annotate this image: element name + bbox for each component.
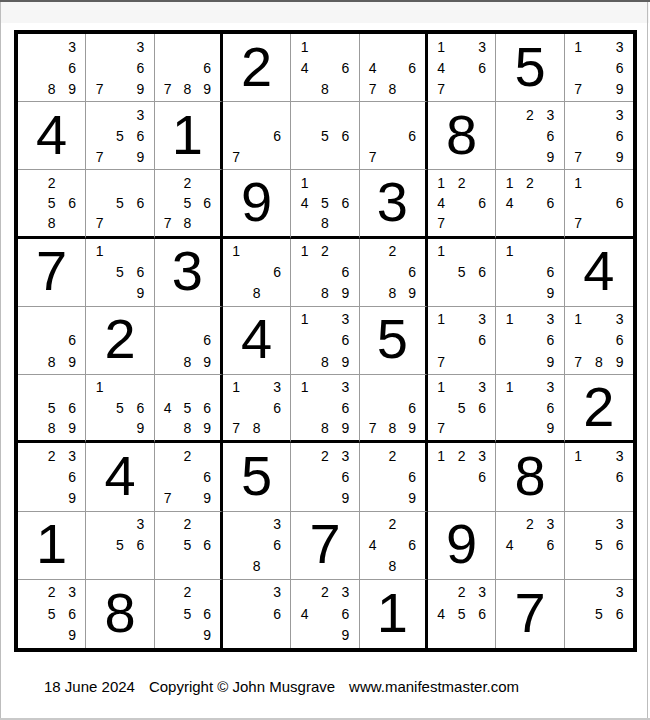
candidate-5: 5 [451, 603, 471, 624]
cell-r9c5[interactable]: 23469 [291, 580, 359, 648]
candidate-1: 1 [294, 377, 314, 397]
candidate-9: 9 [335, 625, 355, 646]
cell-value: 4 [36, 107, 67, 163]
cell-value: 2 [241, 39, 272, 95]
candidate-2: 2 [451, 172, 471, 192]
candidate-2: 2 [315, 241, 335, 262]
candidate-6: 6 [197, 466, 217, 487]
cell-r6c4[interactable]: 13678 [223, 375, 291, 443]
cell-r7c4[interactable]: 5 [223, 443, 291, 511]
candidate-4: 4 [363, 535, 383, 556]
cell-r8c5[interactable]: 7 [291, 512, 359, 580]
cell-r6c2[interactable]: 1569 [86, 375, 154, 443]
candidate-3: 3 [472, 377, 492, 397]
cell-value: 4 [583, 243, 614, 299]
candidate-4: 4 [499, 193, 519, 213]
candidate-6: 6 [130, 398, 150, 418]
pencil-marks: 269 [363, 445, 422, 508]
candidate-5: 5 [177, 398, 197, 418]
pencil-marks: 56 [294, 104, 355, 167]
candidate-6: 6 [472, 262, 492, 283]
candidate-2: 2 [382, 445, 402, 466]
cell-r5c9[interactable]: 136789 [565, 307, 633, 375]
candidate-8: 8 [246, 556, 266, 577]
candidate-7: 7 [363, 78, 383, 99]
candidate-6: 6 [472, 57, 492, 78]
pencil-marks: 256 [158, 514, 217, 577]
candidate-6: 6 [62, 603, 82, 624]
cell-r1c6[interactable]: 4678 [360, 34, 428, 102]
candidate-6: 6 [609, 330, 630, 351]
candidate-9: 9 [402, 418, 422, 438]
cell-r6c6[interactable]: 6789 [360, 375, 428, 443]
pencil-marks: 13567 [431, 377, 492, 438]
window-top-strip [1, 2, 649, 23]
cell-r5c7[interactable]: 1367 [428, 307, 496, 375]
candidate-5: 5 [451, 262, 471, 283]
sudoku-board: 3689367967892146846781346751367943567916… [14, 30, 637, 652]
cell-r6c8[interactable]: 1369 [496, 375, 564, 443]
candidate-3: 3 [335, 309, 355, 330]
candidate-1: 1 [89, 241, 109, 262]
candidate-1: 1 [568, 445, 589, 466]
pencil-marks: 167 [568, 172, 630, 233]
candidate-3: 3 [267, 377, 287, 397]
pencil-marks: 3679 [568, 104, 630, 167]
footer-copyright: Copyright © John Musgrave [149, 678, 335, 695]
cell-r9c4[interactable]: 36 [223, 580, 291, 648]
pencil-marks: 2369 [21, 445, 82, 508]
cell-r6c3[interactable]: 45689 [155, 375, 223, 443]
cell-r2c4[interactable]: 67 [223, 102, 291, 170]
candidate-2: 2 [520, 172, 540, 192]
cell-value: 1 [377, 585, 408, 641]
candidate-2: 2 [520, 514, 540, 535]
candidate-6: 6 [130, 193, 150, 213]
cell-r3c8[interactable]: 1246 [496, 170, 564, 238]
candidate-1: 1 [226, 241, 246, 262]
candidate-7: 7 [226, 418, 246, 438]
candidate-9: 9 [335, 418, 355, 438]
candidate-8: 8 [177, 213, 197, 233]
candidate-9: 9 [402, 487, 422, 508]
candidate-6: 6 [130, 535, 150, 556]
cell-r5c6[interactable]: 5 [360, 307, 428, 375]
pencil-marks: 5689 [21, 377, 82, 438]
cell-r6c7[interactable]: 13567 [428, 375, 496, 443]
pencil-marks: 14568 [294, 172, 355, 233]
candidate-5: 5 [177, 603, 197, 624]
candidate-4: 4 [294, 57, 314, 78]
candidate-3: 3 [472, 309, 492, 330]
candidate-4: 4 [294, 603, 314, 624]
cell-r2c9[interactable]: 3679 [565, 102, 633, 170]
cell-r3c1[interactable]: 2568 [18, 170, 86, 238]
candidate-9: 9 [130, 283, 150, 304]
candidate-2: 2 [382, 514, 402, 535]
candidate-7: 7 [568, 213, 589, 233]
pencil-marks: 23469 [294, 582, 355, 646]
cell-r1c5[interactable]: 1468 [291, 34, 359, 102]
candidate-9: 9 [62, 351, 82, 372]
cell-r7c9[interactable]: 136 [565, 443, 633, 511]
candidate-6: 6 [335, 330, 355, 351]
cell-r8c7[interactable]: 9 [428, 512, 496, 580]
candidate-2: 2 [177, 172, 197, 192]
candidate-7: 7 [568, 78, 589, 99]
candidate-5: 5 [41, 398, 61, 418]
candidate-3: 3 [130, 104, 150, 125]
candidate-6: 6 [197, 398, 217, 418]
cell-value: 2 [583, 379, 614, 435]
cell-r6c5[interactable]: 13689 [291, 375, 359, 443]
pencil-marks: 12689 [294, 241, 355, 304]
candidate-1: 1 [226, 377, 246, 397]
cell-r1c9[interactable]: 13679 [565, 34, 633, 102]
pencil-marks: 6789 [158, 36, 217, 99]
candidate-4: 4 [431, 603, 451, 624]
pencil-marks: 136 [568, 445, 630, 508]
cell-r8c3[interactable]: 256 [155, 512, 223, 580]
candidate-3: 3 [609, 36, 630, 57]
candidate-6: 6 [402, 398, 422, 418]
cell-r4c9[interactable]: 4 [565, 239, 633, 307]
candidate-5: 5 [110, 398, 130, 418]
cell-r4c8[interactable]: 169 [496, 239, 564, 307]
candidate-5: 5 [315, 125, 335, 146]
candidate-8: 8 [315, 418, 335, 438]
cell-r4c1[interactable]: 7 [18, 239, 86, 307]
pencil-marks: 1236 [431, 445, 492, 508]
candidate-6: 6 [609, 193, 630, 213]
candidate-6: 6 [472, 193, 492, 213]
cell-value: 5 [514, 39, 545, 95]
candidate-2: 2 [315, 445, 335, 466]
candidate-4: 4 [158, 398, 178, 418]
cell-r7c3[interactable]: 2679 [155, 443, 223, 511]
candidate-7: 7 [363, 146, 383, 167]
candidate-4: 4 [431, 57, 451, 78]
candidate-6: 6 [540, 262, 560, 283]
candidate-9: 9 [402, 283, 422, 304]
cell-r4c6[interactable]: 2689 [360, 239, 428, 307]
candidate-8: 8 [315, 283, 335, 304]
cell-r7c1[interactable]: 2369 [18, 443, 86, 511]
cell-value: 3 [172, 243, 203, 299]
candidate-2: 2 [177, 445, 197, 466]
pencil-marks: 13467 [431, 36, 492, 99]
candidate-8: 8 [177, 418, 197, 438]
cell-r8c9[interactable]: 356 [565, 512, 633, 580]
cell-r2c6[interactable]: 67 [360, 102, 428, 170]
cell-r8c1[interactable]: 1 [18, 512, 86, 580]
candidate-6: 6 [62, 193, 82, 213]
cell-r8c2[interactable]: 356 [86, 512, 154, 580]
cell-r4c5[interactable]: 12689 [291, 239, 359, 307]
cell-r5c8[interactable]: 1369 [496, 307, 564, 375]
candidate-8: 8 [41, 418, 61, 438]
candidate-3: 3 [540, 514, 560, 535]
candidate-6: 6 [540, 535, 560, 556]
pencil-marks: 689 [21, 309, 82, 372]
cell-r3c2[interactable]: 567 [86, 170, 154, 238]
candidate-6: 6 [130, 57, 150, 78]
candidate-2: 2 [315, 582, 335, 603]
cell-r3c5[interactable]: 14568 [291, 170, 359, 238]
pencil-marks: 1569 [89, 377, 150, 438]
candidate-9: 9 [609, 78, 630, 99]
pencil-marks: 23456 [431, 582, 492, 646]
candidate-4: 4 [431, 193, 451, 213]
cell-r8c8[interactable]: 2346 [496, 512, 564, 580]
cell-r1c1[interactable]: 3689 [18, 34, 86, 102]
candidate-8: 8 [41, 213, 61, 233]
candidate-3: 3 [62, 445, 82, 466]
cell-value: 1 [36, 516, 67, 572]
candidate-1: 1 [294, 172, 314, 192]
candidate-9: 9 [62, 625, 82, 646]
candidate-5: 5 [315, 193, 335, 213]
candidate-9: 9 [197, 78, 217, 99]
candidate-6: 6 [62, 398, 82, 418]
candidate-3: 3 [540, 309, 560, 330]
candidate-9: 9 [540, 351, 560, 372]
cell-r7c7[interactable]: 1236 [428, 443, 496, 511]
candidate-9: 9 [62, 418, 82, 438]
candidate-8: 8 [588, 351, 609, 372]
candidate-6: 6 [335, 125, 355, 146]
candidate-3: 3 [472, 582, 492, 603]
pencil-marks: 13689 [294, 377, 355, 438]
pencil-marks: 13679 [568, 36, 630, 99]
cell-value: 8 [104, 585, 135, 641]
candidate-5: 5 [177, 193, 197, 213]
cell-r1c7[interactable]: 13467 [428, 34, 496, 102]
candidate-2: 2 [41, 172, 61, 192]
pencil-marks: 156 [431, 241, 492, 304]
candidate-1: 1 [568, 172, 589, 192]
pencil-marks: 2569 [158, 582, 217, 646]
candidate-8: 8 [315, 78, 335, 99]
pencil-marks: 67 [363, 104, 422, 167]
candidate-1: 1 [499, 172, 519, 192]
candidate-1: 1 [499, 241, 519, 262]
candidate-6: 6 [609, 57, 630, 78]
pencil-marks: 13678 [226, 377, 287, 438]
cell-r3c9[interactable]: 167 [565, 170, 633, 238]
cell-r2c5[interactable]: 56 [291, 102, 359, 170]
candidate-8: 8 [315, 351, 335, 372]
cell-r1c4[interactable]: 2 [223, 34, 291, 102]
cell-r2c2[interactable]: 35679 [86, 102, 154, 170]
cell-r5c5[interactable]: 13689 [291, 307, 359, 375]
cell-r1c2[interactable]: 3679 [86, 34, 154, 102]
candidate-6: 6 [402, 125, 422, 146]
cell-r9c2[interactable]: 8 [86, 580, 154, 648]
cell-r9c3[interactable]: 2569 [155, 580, 223, 648]
candidate-8: 8 [41, 351, 61, 372]
cell-r9c7[interactable]: 23456 [428, 580, 496, 648]
cell-r9c6[interactable]: 1 [360, 580, 428, 648]
pencil-marks: 25678 [158, 172, 217, 233]
candidate-1: 1 [431, 36, 451, 57]
candidate-6: 6 [267, 262, 287, 283]
candidate-6: 6 [540, 398, 560, 418]
cell-r8c4[interactable]: 368 [223, 512, 291, 580]
footer-website[interactable]: www.manifestmaster.com [349, 678, 519, 695]
pencil-marks: 136789 [568, 309, 630, 372]
candidate-8: 8 [246, 418, 266, 438]
pencil-marks: 6789 [363, 377, 422, 438]
candidate-1: 1 [431, 172, 451, 192]
window-right-edge [647, 2, 648, 718]
cell-r1c3[interactable]: 6789 [155, 34, 223, 102]
candidate-3: 3 [540, 377, 560, 397]
candidate-9: 9 [130, 146, 150, 167]
pencil-marks: 1369 [499, 309, 560, 372]
pencil-marks: 2568 [21, 172, 82, 233]
pencil-marks: 567 [89, 172, 150, 233]
cell-r2c7[interactable]: 8 [428, 102, 496, 170]
cell-r3c3[interactable]: 25678 [155, 170, 223, 238]
candidate-6: 6 [609, 125, 630, 146]
candidate-5: 5 [177, 535, 197, 556]
cell-r6c1[interactable]: 5689 [18, 375, 86, 443]
cell-r3c4[interactable]: 9 [223, 170, 291, 238]
cell-r8c6[interactable]: 2468 [360, 512, 428, 580]
candidate-6: 6 [267, 398, 287, 418]
candidate-6: 6 [540, 125, 560, 146]
candidate-1: 1 [431, 309, 451, 330]
candidate-8: 8 [382, 556, 402, 577]
candidate-3: 3 [62, 36, 82, 57]
candidate-1: 1 [568, 36, 589, 57]
candidate-5: 5 [451, 398, 471, 418]
candidate-8: 8 [315, 213, 335, 233]
cell-value: 7 [309, 516, 340, 572]
candidate-6: 6 [540, 330, 560, 351]
candidate-6: 6 [472, 330, 492, 351]
cell-value: 2 [104, 311, 135, 367]
footer-date: 18 June 2024 [44, 678, 135, 695]
candidate-3: 3 [609, 309, 630, 330]
pencil-marks: 4678 [363, 36, 422, 99]
cell-r7c5[interactable]: 2369 [291, 443, 359, 511]
candidate-7: 7 [568, 351, 589, 372]
candidate-8: 8 [382, 418, 402, 438]
candidate-3: 3 [267, 514, 287, 535]
cell-r7c6[interactable]: 269 [360, 443, 428, 511]
candidate-6: 6 [335, 193, 355, 213]
candidate-8: 8 [382, 283, 402, 304]
candidate-9: 9 [197, 351, 217, 372]
candidate-9: 9 [540, 418, 560, 438]
cell-r3c7[interactable]: 12467 [428, 170, 496, 238]
pencil-marks: 2369 [294, 445, 355, 508]
cell-r6c9[interactable]: 2 [565, 375, 633, 443]
pencil-marks: 1569 [89, 241, 150, 304]
cell-r4c3[interactable]: 3 [155, 239, 223, 307]
cell-r4c2[interactable]: 1569 [86, 239, 154, 307]
candidate-6: 6 [197, 193, 217, 213]
candidate-7: 7 [158, 78, 178, 99]
pencil-marks: 356 [568, 514, 630, 577]
cell-r5c2[interactable]: 2 [86, 307, 154, 375]
candidate-5: 5 [588, 535, 609, 556]
candidate-6: 6 [267, 125, 287, 146]
cell-r5c4[interactable]: 4 [223, 307, 291, 375]
cell-value: 3 [377, 174, 408, 230]
cell-r9c1[interactable]: 23569 [18, 580, 86, 648]
candidate-9: 9 [130, 78, 150, 99]
candidate-9: 9 [540, 146, 560, 167]
candidate-9: 9 [335, 283, 355, 304]
candidate-6: 6 [472, 603, 492, 624]
cell-r5c1[interactable]: 689 [18, 307, 86, 375]
pencil-marks: 35679 [89, 104, 150, 167]
candidate-4: 4 [499, 535, 519, 556]
pencil-marks: 13689 [294, 309, 355, 372]
cell-value: 8 [514, 448, 545, 504]
candidate-9: 9 [335, 351, 355, 372]
page: 3689367967892146846781346751367943567916… [0, 0, 650, 720]
cell-r4c4[interactable]: 168 [223, 239, 291, 307]
cell-r5c3[interactable]: 689 [155, 307, 223, 375]
candidate-7: 7 [89, 213, 109, 233]
candidate-2: 2 [41, 445, 61, 466]
candidate-7: 7 [431, 418, 451, 438]
candidate-2: 2 [177, 582, 197, 603]
cell-value: 5 [241, 448, 272, 504]
cell-value: 4 [241, 311, 272, 367]
candidate-6: 6 [130, 125, 150, 146]
candidate-9: 9 [540, 283, 560, 304]
candidate-2: 2 [177, 514, 197, 535]
cell-r2c1[interactable]: 4 [18, 102, 86, 170]
cell-r2c3[interactable]: 1 [155, 102, 223, 170]
candidate-6: 6 [267, 535, 287, 556]
cell-r7c2[interactable]: 4 [86, 443, 154, 511]
footer: 18 June 2024 Copyright © John Musgrave w… [44, 676, 519, 696]
candidate-3: 3 [472, 36, 492, 57]
candidate-9: 9 [609, 351, 630, 372]
candidate-3: 3 [609, 582, 630, 603]
pencil-marks: 2468 [363, 514, 422, 577]
candidate-3: 3 [335, 377, 355, 397]
cell-r7c8[interactable]: 8 [496, 443, 564, 511]
cell-r4c7[interactable]: 156 [428, 239, 496, 307]
candidate-6: 6 [609, 466, 630, 487]
cell-value: 8 [446, 107, 477, 163]
candidate-6: 6 [540, 193, 560, 213]
cell-r3c6[interactable]: 3 [360, 170, 428, 238]
candidate-3: 3 [130, 36, 150, 57]
candidate-7: 7 [226, 146, 246, 167]
pencil-marks: 1468 [294, 36, 355, 99]
candidate-5: 5 [110, 262, 130, 283]
cell-r9c8[interactable]: 7 [496, 580, 564, 648]
cell-r2c8[interactable]: 2369 [496, 102, 564, 170]
candidate-7: 7 [158, 213, 178, 233]
pencil-marks: 45689 [158, 377, 217, 438]
candidate-1: 1 [294, 36, 314, 57]
candidate-8: 8 [177, 351, 197, 372]
candidate-3: 3 [540, 104, 560, 125]
cell-r1c8[interactable]: 5 [496, 34, 564, 102]
cell-r9c9[interactable]: 356 [565, 580, 633, 648]
pencil-marks: 168 [226, 241, 287, 304]
window-left-edge [0, 2, 1, 718]
